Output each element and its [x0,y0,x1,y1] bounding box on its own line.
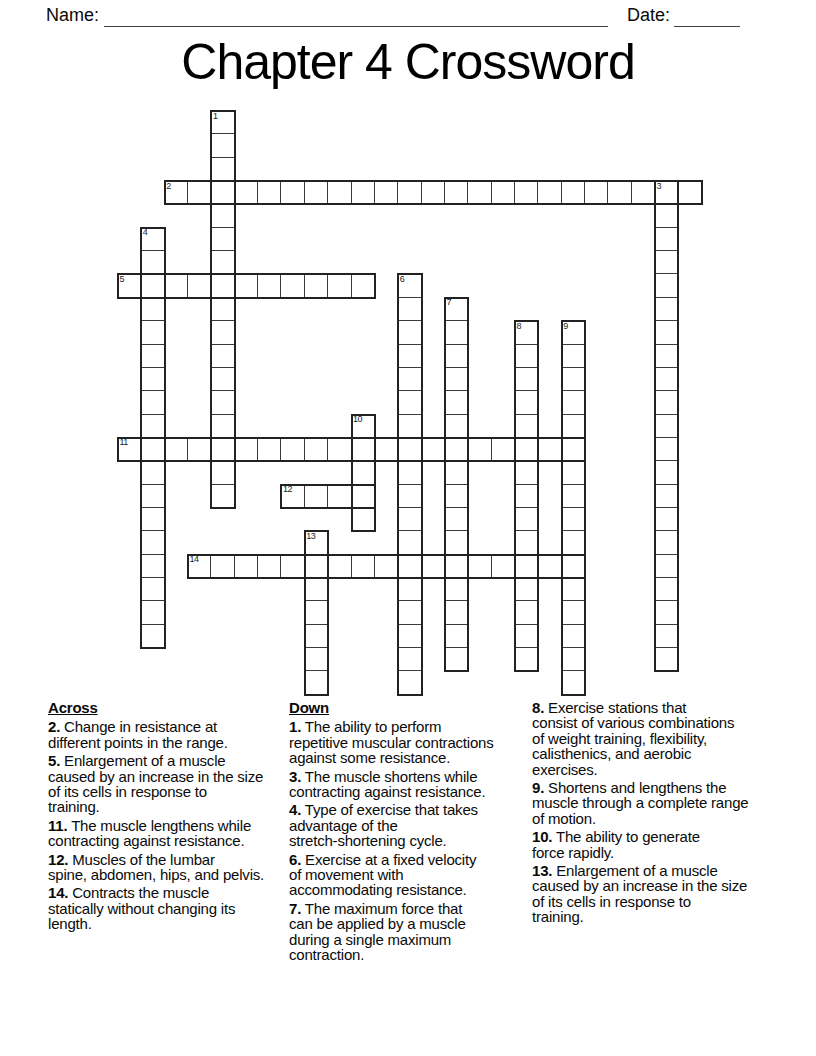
grid-cell[interactable] [514,390,539,415]
clue-line: against some resistance. [289,750,531,765]
crossword-grid: 1234567891011121314 [117,110,703,696]
grid-cell[interactable] [444,460,469,485]
grid-cell[interactable] [304,180,329,205]
clue-line: of weight training, flexibility, [532,731,774,746]
grid-cell[interactable] [351,554,376,579]
grid-cell[interactable] [397,414,422,439]
across-heading: Across [48,700,288,715]
grid-cell[interactable]: 8 [514,320,539,345]
grid-cell[interactable] [654,203,679,228]
grid-cell[interactable]: 6 [397,273,422,298]
grid-cell[interactable] [537,437,562,462]
clue-line: advantage of the [289,818,531,833]
clue-line: different points in the range. [48,735,288,750]
grid-cell[interactable] [654,227,679,252]
grid-cell[interactable] [304,437,329,462]
grid-cell-number: 11 [120,438,128,447]
grid-cell[interactable] [210,227,235,252]
grid-cell[interactable] [444,600,469,625]
grid-cell[interactable] [654,647,679,672]
grid-cell[interactable] [397,530,422,555]
grid-cell-number: 9 [563,322,568,331]
grid-cell[interactable] [210,133,235,158]
grid-cell[interactable] [397,180,422,205]
grid-cell[interactable]: 7 [444,297,469,322]
grid-cell[interactable] [164,273,189,298]
clue-1-down: 1. The ability to performrepetitive musc… [289,719,531,765]
grid-cell[interactable] [444,624,469,649]
grid-cell-number: 2 [166,182,171,191]
clue-line: 13. Enlargement of a muscle [532,863,774,878]
grid-cell[interactable] [444,414,469,439]
grid-cell[interactable] [677,180,702,205]
grid-cell[interactable] [654,577,679,602]
grid-cell[interactable] [140,484,165,509]
grid-cell[interactable] [140,414,165,439]
across-clue-list: 2. Change in resistance atdifferent poin… [48,719,288,931]
grid-cell[interactable] [397,320,422,345]
grid-cell-number: 12 [283,485,292,494]
clue-line: 1. The ability to perform [289,719,531,734]
clue-line: calisthenics, and aerobic [532,746,774,761]
grid-cell[interactable] [210,250,235,275]
clue-2-across: 2. Change in resistance atdifferent poin… [48,719,288,750]
grid-cell[interactable] [584,180,609,205]
grid-cell[interactable] [397,390,422,415]
down-clue-list: 1. The ability to performrepetitive musc… [289,719,531,962]
clue-line: contraction. [289,947,531,962]
clue-line: training. [48,799,288,814]
grid-cell[interactable] [654,367,679,392]
down-clues-column: Down 1. The ability to performrepetitive… [289,700,531,966]
grid-cell[interactable] [210,203,235,228]
grid-cell[interactable] [140,273,165,298]
grid-cell[interactable] [444,344,469,369]
grid-cell[interactable] [397,437,422,462]
grid-cell[interactable] [421,554,446,579]
grid-cell-number: 13 [306,532,315,541]
grid-cell[interactable] [210,273,235,298]
grid-cell[interactable] [140,344,165,369]
grid-cell[interactable] [561,554,586,579]
grid-cell[interactable] [561,484,586,509]
grid-cell-number: 5 [120,275,125,284]
grid-cell[interactable] [514,577,539,602]
grid-cell[interactable] [210,297,235,322]
name-fill-line[interactable] [104,9,608,27]
grid-cell[interactable] [561,390,586,415]
clue-line: of motion. [532,811,774,826]
grid-cell[interactable] [280,437,305,462]
grid-cell[interactable] [140,297,165,322]
clue-line: contracting against resistance. [289,784,531,799]
grid-cell[interactable] [514,414,539,439]
grid-cell[interactable] [654,460,679,485]
grid-cell[interactable] [304,273,329,298]
date-label: Date: [627,5,670,26]
clue-line: consist of various combinations [532,715,774,730]
grid-cell[interactable] [514,180,539,205]
grid-cell[interactable] [631,180,656,205]
clue-5-across: 5. Enlargement of a musclecaused by an i… [48,753,288,815]
clue-line: of movement with [289,867,531,882]
clue-number: 10. [532,828,552,845]
grid-cell[interactable] [654,273,679,298]
clue-line: 7. The maximum force that [289,901,531,916]
grid-cell[interactable] [234,554,259,579]
grid-cell[interactable] [444,437,469,462]
grid-cell-number: 3 [657,182,662,191]
grid-cell[interactable] [514,484,539,509]
clue-number: 4. [289,801,301,818]
grid-cell[interactable] [444,647,469,672]
clue-line: 9. Shortens and lengthens the [532,780,774,795]
grid-cell[interactable] [140,577,165,602]
grid-cell[interactable] [374,554,399,579]
down-clue-list-continued: 8. Exercise stations thatconsist of vari… [532,700,774,925]
grid-cell[interactable] [257,437,282,462]
grid-cell[interactable]: 10 [351,414,376,439]
grid-cell[interactable] [561,624,586,649]
grid-cell[interactable] [654,297,679,322]
grid-cell[interactable] [140,437,165,462]
clue-line: of its cells in response to [48,784,288,799]
grid-cell[interactable] [537,180,562,205]
grid-cell[interactable] [327,180,352,205]
grid-cell[interactable] [444,530,469,555]
grid-cell[interactable] [561,344,586,369]
clue-line: stretch-shortening cycle. [289,833,531,848]
grid-cell[interactable]: 12 [280,484,305,509]
grid-cell[interactable] [374,437,399,462]
clue-line: can be applied by a muscle [289,916,531,931]
grid-cell[interactable] [140,250,165,275]
clue-3-down: 3. The muscle shortens whilecontracting … [289,769,531,800]
grid-cell[interactable] [444,180,469,205]
clue-line: during a single maximum [289,932,531,947]
clue-line: 3. The muscle shortens while [289,769,531,784]
worksheet-page: Name: Date: Chapter 4 Crossword 12345678… [0,0,816,1056]
grid-cell[interactable] [514,624,539,649]
clue-line: spine, abdomen, hips, and pelvis. [48,867,288,882]
grid-cell[interactable] [210,460,235,485]
grid-cell[interactable] [304,670,329,695]
grid-cell[interactable] [654,530,679,555]
grid-cell[interactable] [654,344,679,369]
grid-cell[interactable] [514,530,539,555]
grid-cell[interactable] [561,530,586,555]
grid-cell-number: 4 [143,228,148,237]
grid-cell[interactable] [234,273,259,298]
clue-12-across: 12. Muscles of the lumbarspine, abdomen,… [48,852,288,883]
grid-cell[interactable] [561,600,586,625]
clue-line: statically without changing its [48,901,288,916]
grid-cell[interactable] [397,670,422,695]
grid-cell[interactable] [654,600,679,625]
grid-cell[interactable] [514,647,539,672]
clue-line: training. [532,909,774,924]
grid-cell[interactable] [351,484,376,509]
grid-cell[interactable] [304,577,329,602]
grid-cell-number: 10 [353,415,362,424]
grid-cell[interactable] [491,180,516,205]
clue-line: 6. Exercise at a fixed velocity [289,852,531,867]
grid-cell[interactable] [210,367,235,392]
grid-cell[interactable] [280,273,305,298]
clue-line: caused by an increase in the size [532,878,774,893]
grid-cell[interactable] [561,647,586,672]
grid-cell[interactable] [467,180,492,205]
grid-cell[interactable] [351,507,376,532]
clue-7-down: 7. The maximum force thatcan be applied … [289,901,531,963]
grid-cell[interactable] [654,507,679,532]
grid-cell[interactable] [351,273,376,298]
grid-cell[interactable] [397,507,422,532]
grid-cell[interactable] [210,157,235,182]
across-clues-column: Across 2. Change in resistance atdiffere… [48,700,288,935]
grid-cell[interactable] [304,647,329,672]
grid-cell[interactable] [397,460,422,485]
grid-cell[interactable] [257,180,282,205]
grid-cell[interactable] [140,554,165,579]
grid-cell[interactable] [304,484,329,509]
grid-cell[interactable] [514,367,539,392]
name-label: Name: [46,5,99,26]
grid-cell[interactable]: 1 [210,110,235,135]
grid-cell[interactable] [397,344,422,369]
clue-number: 14. [48,884,68,901]
grid-cell[interactable]: 14 [187,554,212,579]
page-title: Chapter 4 Crossword [0,33,816,91]
grid-cell[interactable] [397,367,422,392]
grid-cell-number: 8 [516,322,521,331]
grid-cell[interactable]: 3 [654,180,679,205]
grid-cell[interactable] [140,460,165,485]
grid-cell[interactable] [397,647,422,672]
grid-cell[interactable] [187,437,212,462]
clue-13-down: 13. Enlargement of a musclecaused by an … [532,863,774,925]
clue-line: 2. Change in resistance at [48,719,288,734]
grid-cell[interactable] [210,180,235,205]
grid-cell[interactable] [514,507,539,532]
grid-cell[interactable] [397,554,422,579]
grid-cell[interactable] [654,484,679,509]
grid-cell[interactable] [561,180,586,205]
grid-cell[interactable] [210,320,235,345]
grid-cell[interactable] [397,297,422,322]
grid-cell[interactable] [351,437,376,462]
grid-cell[interactable] [654,437,679,462]
grid-cell[interactable] [654,624,679,649]
grid-cell[interactable] [561,437,586,462]
grid-cell[interactable] [257,273,282,298]
grid-cell[interactable] [257,554,282,579]
grid-cell[interactable] [351,460,376,485]
grid-cell[interactable] [654,414,679,439]
grid-cell[interactable] [210,414,235,439]
grid-cell[interactable] [140,600,165,625]
grid-cell[interactable] [561,507,586,532]
grid-cell[interactable] [187,273,212,298]
grid-cell[interactable] [444,507,469,532]
grid-cell[interactable] [234,437,259,462]
grid-cell[interactable] [444,367,469,392]
down-heading: Down [289,700,531,715]
grid-cell[interactable] [467,554,492,579]
grid-cell[interactable] [280,554,305,579]
grid-cell-number: 6 [400,275,405,284]
clue-line: accommodating resistance. [289,882,531,897]
clue-line: length. [48,916,288,931]
grid-cell[interactable]: 11 [117,437,142,462]
grid-cell[interactable] [374,180,399,205]
grid-cell-number: 1 [213,112,218,121]
clue-line: contracting against resistance. [48,833,288,848]
grid-cell[interactable] [140,624,165,649]
grid-cell[interactable] [491,437,516,462]
grid-cell[interactable] [304,554,329,579]
grid-cell-number: 14 [190,555,199,564]
grid-cell[interactable] [654,554,679,579]
clue-line: exercises. [532,762,774,777]
clue-4-down: 4. Type of exercise that takesadvantage … [289,802,531,848]
grid-cell[interactable] [537,554,562,579]
grid-cell[interactable] [327,437,352,462]
clue-line: 5. Enlargement of a muscle [48,753,288,768]
grid-cell[interactable] [187,180,212,205]
grid-cell[interactable]: 5 [117,273,142,298]
grid-cell[interactable] [304,624,329,649]
grid-cell[interactable] [561,367,586,392]
grid-cell[interactable] [140,320,165,345]
grid-cell[interactable] [397,484,422,509]
grid-cell[interactable]: 13 [304,530,329,555]
grid-cell[interactable] [514,437,539,462]
clue-14-across: 14. Contracts the musclestatically witho… [48,885,288,931]
grid-cell[interactable]: 9 [561,320,586,345]
clue-line: 12. Muscles of the lumbar [48,852,288,867]
grid-cell[interactable] [351,180,376,205]
grid-cell[interactable] [397,600,422,625]
grid-cell[interactable] [654,250,679,275]
grid-cell[interactable] [234,180,259,205]
grid-cell[interactable] [210,390,235,415]
grid-cell[interactable] [514,460,539,485]
grid-cell[interactable] [654,390,679,415]
clue-line: of its cells in response to [532,894,774,909]
grid-cell[interactable] [421,180,446,205]
grid-cell[interactable] [210,484,235,509]
clue-line: force rapidly. [532,845,774,860]
grid-cell[interactable] [140,507,165,532]
grid-cell[interactable] [467,437,492,462]
down-clues-column-continued: 8. Exercise stations thatconsist of vari… [532,700,774,928]
clue-10-down: 10. The ability to generateforce rapidly… [532,829,774,860]
clue-11-across: 11. The muscle lengthens whilecontractin… [48,818,288,849]
grid-cell[interactable] [210,344,235,369]
grid-cell[interactable] [327,554,352,579]
grid-cell[interactable] [210,437,235,462]
grid-cell[interactable] [514,344,539,369]
grid-cell[interactable] [561,414,586,439]
grid-cell[interactable] [444,390,469,415]
clue-number: 1. [289,718,301,735]
grid-cell[interactable] [444,484,469,509]
grid-cell[interactable] [304,600,329,625]
grid-cell[interactable] [327,484,352,509]
date-fill-line[interactable] [674,9,740,27]
clue-number: 5. [48,752,60,769]
grid-cell[interactable]: 2 [164,180,189,205]
grid-cell[interactable]: 4 [140,227,165,252]
grid-cell[interactable] [140,530,165,555]
grid-cell[interactable] [444,554,469,579]
grid-cell[interactable] [140,367,165,392]
grid-cell[interactable] [607,180,632,205]
grid-cell[interactable] [397,577,422,602]
clue-8-down: 8. Exercise stations thatconsist of vari… [532,700,774,777]
grid-cell[interactable] [654,320,679,345]
clue-line: caused by an increase in the size [48,769,288,784]
grid-cell[interactable] [561,577,586,602]
grid-cell[interactable] [164,437,189,462]
grid-cell[interactable] [491,554,516,579]
grid-cell[interactable] [327,273,352,298]
clue-line: repetitive muscular contractions [289,735,531,750]
clue-9-down: 9. Shortens and lengthens themuscle thro… [532,780,774,826]
clue-number: 2. [48,718,60,735]
clue-line: 4. Type of exercise that takes [289,802,531,817]
clue-line: muscle through a complete range [532,795,774,810]
grid-cell[interactable] [140,390,165,415]
clue-line: 10. The ability to generate [532,829,774,844]
grid-cell[interactable] [397,624,422,649]
clue-line: 11. The muscle lengthens while [48,818,288,833]
clue-6-down: 6. Exercise at a fixed velocityof moveme… [289,852,531,898]
grid-cell[interactable] [444,577,469,602]
grid-cell[interactable] [514,554,539,579]
clue-line: 8. Exercise stations that [532,700,774,715]
grid-cell[interactable] [514,600,539,625]
grid-cell[interactable] [421,437,446,462]
grid-cell-number: 7 [446,298,451,307]
grid-cell[interactable] [210,554,235,579]
grid-cell[interactable] [561,670,586,695]
grid-cell[interactable] [561,460,586,485]
grid-cell[interactable] [280,180,305,205]
grid-cell[interactable] [444,320,469,345]
clue-line: 14. Contracts the muscle [48,885,288,900]
